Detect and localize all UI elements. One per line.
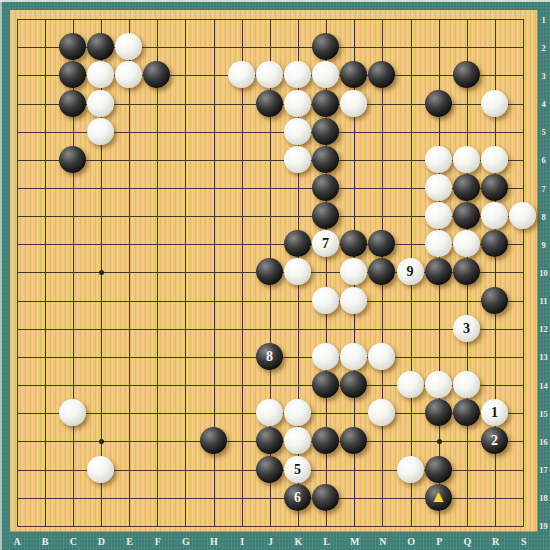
stone-L8 [312, 202, 339, 229]
move-number: 7 [312, 230, 339, 257]
stone-C4 [59, 90, 86, 117]
column-label-I: I [240, 536, 244, 547]
stone-L14 [312, 371, 339, 398]
row-label-19: 19 [537, 521, 550, 531]
column-label-C: C [70, 536, 77, 547]
row-label-18: 18 [537, 493, 550, 503]
stone-P6 [425, 146, 452, 173]
stone-M11 [340, 287, 367, 314]
move-number: 6 [284, 484, 311, 511]
row-label-6: 6 [537, 155, 550, 165]
star-point-D10 [99, 270, 104, 275]
stone-Q8 [453, 202, 480, 229]
stone-D17 [87, 456, 114, 483]
column-label-J: J [268, 536, 273, 547]
stone-R7 [481, 174, 508, 201]
column-label-L: L [323, 536, 330, 547]
row-label-12: 12 [537, 324, 550, 334]
stone-C15 [59, 399, 86, 426]
column-label-P: P [436, 536, 442, 547]
stone-P10 [425, 258, 452, 285]
column-label-M: M [350, 536, 359, 547]
move-6-stone-K18: 6 [284, 484, 311, 511]
go-diagram: ABCDEFGHIJKLMNOPQRS123456789101112131415… [0, 0, 550, 550]
stone-Q9 [453, 230, 480, 257]
stone-P17 [425, 456, 452, 483]
stone-M13 [340, 343, 367, 370]
row-label-13: 13 [537, 352, 550, 362]
row-label-9: 9 [537, 240, 550, 250]
stone-Q6 [453, 146, 480, 173]
stone-P9 [425, 230, 452, 257]
stone-J4 [256, 90, 283, 117]
stone-R6 [481, 146, 508, 173]
row-label-7: 7 [537, 184, 550, 194]
column-label-E: E [126, 536, 133, 547]
grid-line-horizontal [17, 301, 524, 302]
stone-C2 [59, 33, 86, 60]
stone-P15 [425, 399, 452, 426]
move-9-stone-O10: 9 [397, 258, 424, 285]
row-label-1: 1 [537, 15, 550, 25]
row-label-15: 15 [537, 409, 550, 419]
column-label-N: N [379, 536, 386, 547]
grid-line-horizontal [17, 526, 524, 527]
move-number: 2 [481, 427, 508, 454]
stone-I3 [228, 61, 255, 88]
stone-D4 [87, 90, 114, 117]
stone-O17 [397, 456, 424, 483]
column-label-R: R [492, 536, 499, 547]
stone-K5 [284, 118, 311, 145]
move-3-stone-Q12: 3 [453, 315, 480, 342]
stone-D2 [87, 33, 114, 60]
frame-top-highlight [0, 0, 550, 2]
stone-L7 [312, 174, 339, 201]
row-label-4: 4 [537, 99, 550, 109]
move-7-stone-L9: 7 [312, 230, 339, 257]
move-number: 9 [397, 258, 424, 285]
triangle-marker-icon: ▲ [425, 483, 452, 510]
column-label-A: A [13, 536, 20, 547]
column-label-B: B [42, 536, 49, 547]
column-label-K: K [295, 536, 303, 547]
stone-C3 [59, 61, 86, 88]
stone-R8 [481, 202, 508, 229]
stone-K6 [284, 146, 311, 173]
row-label-10: 10 [537, 268, 550, 278]
column-label-H: H [210, 536, 218, 547]
column-label-O: O [407, 536, 415, 547]
stone-L6 [312, 146, 339, 173]
move-number: 5 [284, 456, 311, 483]
row-label-16: 16 [537, 437, 550, 447]
star-point-D16 [99, 439, 104, 444]
column-label-Q: Q [464, 536, 472, 547]
stone-P8 [425, 202, 452, 229]
stone-P14 [425, 371, 452, 398]
stone-R11 [481, 287, 508, 314]
grid-line-vertical [523, 20, 524, 527]
move-5-stone-K17: 5 [284, 456, 311, 483]
move-number: 3 [453, 315, 480, 342]
stone-P7 [425, 174, 452, 201]
grid-line-horizontal [17, 329, 524, 330]
stone-L4 [312, 90, 339, 117]
stone-L18 [312, 484, 339, 511]
stone-J17 [256, 456, 283, 483]
stone-K15 [284, 399, 311, 426]
column-label-F: F [155, 536, 161, 547]
move-number: 1 [481, 399, 508, 426]
stone-L5 [312, 118, 339, 145]
stone-L11 [312, 287, 339, 314]
row-label-5: 5 [537, 127, 550, 137]
column-label-G: G [182, 536, 190, 547]
column-label-S: S [521, 536, 527, 547]
stone-P4 [425, 90, 452, 117]
stone-L13 [312, 343, 339, 370]
stone-O14 [397, 371, 424, 398]
stone-Q15 [453, 399, 480, 426]
stone-Q7 [453, 174, 480, 201]
move-1-stone-R15: 1 [481, 399, 508, 426]
stone-R4 [481, 90, 508, 117]
star-point-P16 [437, 439, 442, 444]
row-label-8: 8 [537, 212, 550, 222]
stone-M4 [340, 90, 367, 117]
stone-J15 [256, 399, 283, 426]
move-8-stone-J13: 8 [256, 343, 283, 370]
row-label-14: 14 [537, 381, 550, 391]
column-label-D: D [98, 536, 105, 547]
stone-D5 [87, 118, 114, 145]
row-label-11: 11 [537, 296, 550, 306]
row-label-2: 2 [537, 43, 550, 53]
stone-H16 [200, 427, 227, 454]
stone-P18: ▲ [425, 484, 452, 511]
stone-K4 [284, 90, 311, 117]
row-label-3: 3 [537, 71, 550, 81]
move-2-stone-R16: 2 [481, 427, 508, 454]
frame-left-highlight [0, 0, 2, 550]
stone-Q14 [453, 371, 480, 398]
row-label-17: 17 [537, 465, 550, 475]
stone-C6 [59, 146, 86, 173]
move-number: 8 [256, 343, 283, 370]
